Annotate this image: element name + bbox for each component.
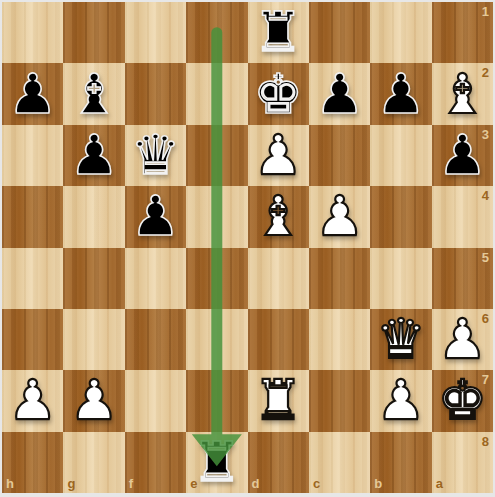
- piece-black-king[interactable]: ♚: [248, 63, 309, 124]
- piece-black-pawn[interactable]: ♟: [309, 63, 370, 124]
- square-e6[interactable]: [186, 309, 247, 370]
- square-e8[interactable]: e♜: [186, 432, 247, 493]
- piece-black-pawn[interactable]: ♟: [63, 125, 124, 186]
- square-a2[interactable]: 2♝: [432, 63, 493, 124]
- square-c6[interactable]: [309, 309, 370, 370]
- file-label-d: d: [252, 476, 260, 491]
- square-f6[interactable]: [125, 309, 186, 370]
- square-b5[interactable]: [370, 248, 431, 309]
- file-label-c: c: [313, 476, 320, 491]
- rank-label-4: 4: [482, 188, 489, 203]
- square-e4[interactable]: [186, 186, 247, 247]
- file-label-a: a: [436, 476, 443, 491]
- page-background: { "game": "chess", "position": { "fen": …: [0, 0, 495, 497]
- rank-label-8: 8: [482, 434, 489, 449]
- square-e2[interactable]: [186, 63, 247, 124]
- square-e7[interactable]: [186, 370, 247, 431]
- square-b1[interactable]: [370, 2, 431, 63]
- square-b4[interactable]: [370, 186, 431, 247]
- square-f4[interactable]: ♟: [125, 186, 186, 247]
- square-f7[interactable]: [125, 370, 186, 431]
- square-b6[interactable]: ♛: [370, 309, 431, 370]
- square-b2[interactable]: ♟: [370, 63, 431, 124]
- square-g2[interactable]: ♝: [63, 63, 124, 124]
- file-label-e: e: [190, 476, 197, 491]
- rank-label-6: 6: [482, 311, 489, 326]
- square-d5[interactable]: [248, 248, 309, 309]
- square-h8[interactable]: h: [2, 432, 63, 493]
- piece-white-pawn[interactable]: ♟: [2, 370, 63, 431]
- square-d6[interactable]: [248, 309, 309, 370]
- square-d1[interactable]: ♜: [248, 2, 309, 63]
- square-a7[interactable]: 7♚: [432, 370, 493, 431]
- rank-label-3: 3: [482, 127, 489, 142]
- square-c2[interactable]: ♟: [309, 63, 370, 124]
- rank-label-2: 2: [482, 65, 489, 80]
- piece-white-pawn[interactable]: ♟: [370, 370, 431, 431]
- square-d7[interactable]: ♜: [248, 370, 309, 431]
- square-b8[interactable]: b: [370, 432, 431, 493]
- square-g8[interactable]: g: [63, 432, 124, 493]
- square-a1[interactable]: 1: [432, 2, 493, 63]
- piece-black-pawn[interactable]: ♟: [2, 63, 63, 124]
- square-c4[interactable]: ♟: [309, 186, 370, 247]
- square-b3[interactable]: [370, 125, 431, 186]
- square-f8[interactable]: f: [125, 432, 186, 493]
- square-h5[interactable]: [2, 248, 63, 309]
- square-c5[interactable]: [309, 248, 370, 309]
- square-a4[interactable]: 4: [432, 186, 493, 247]
- square-e5[interactable]: [186, 248, 247, 309]
- square-f3[interactable]: ♛: [125, 125, 186, 186]
- square-f1[interactable]: [125, 2, 186, 63]
- piece-black-queen[interactable]: ♛: [125, 125, 186, 186]
- square-h3[interactable]: [2, 125, 63, 186]
- square-g3[interactable]: ♟: [63, 125, 124, 186]
- square-a5[interactable]: 5: [432, 248, 493, 309]
- square-h2[interactable]: ♟: [2, 63, 63, 124]
- piece-white-pawn[interactable]: ♟: [309, 186, 370, 247]
- square-a6[interactable]: 6♟: [432, 309, 493, 370]
- square-c1[interactable]: [309, 2, 370, 63]
- piece-white-pawn[interactable]: ♟: [63, 370, 124, 431]
- square-c3[interactable]: [309, 125, 370, 186]
- square-g1[interactable]: [63, 2, 124, 63]
- square-f5[interactable]: [125, 248, 186, 309]
- rank-label-7: 7: [482, 372, 489, 387]
- square-h7[interactable]: ♟: [2, 370, 63, 431]
- piece-black-rook[interactable]: ♜: [248, 2, 309, 63]
- square-d3[interactable]: ♟: [248, 125, 309, 186]
- square-f2[interactable]: [125, 63, 186, 124]
- piece-white-pawn[interactable]: ♟: [248, 125, 309, 186]
- piece-black-pawn[interactable]: ♟: [125, 186, 186, 247]
- square-h4[interactable]: [2, 186, 63, 247]
- square-c8[interactable]: c: [309, 432, 370, 493]
- rank-label-5: 5: [482, 250, 489, 265]
- square-e3[interactable]: [186, 125, 247, 186]
- file-label-f: f: [129, 476, 133, 491]
- file-label-h: h: [6, 476, 14, 491]
- file-label-g: g: [67, 476, 75, 491]
- square-g5[interactable]: [63, 248, 124, 309]
- piece-white-queen[interactable]: ♛: [370, 309, 431, 370]
- piece-white-bishop[interactable]: ♝: [248, 186, 309, 247]
- chess-board: ♜1♟♝♚♟♟2♝♟♛♟3♟♟♝♟45♛6♟♟♟♜♟7♚hgfe♜dcba8: [2, 2, 493, 493]
- square-a3[interactable]: 3♟: [432, 125, 493, 186]
- square-d2[interactable]: ♚: [248, 63, 309, 124]
- square-d4[interactable]: ♝: [248, 186, 309, 247]
- square-h1[interactable]: [2, 2, 63, 63]
- square-c7[interactable]: [309, 370, 370, 431]
- square-d8[interactable]: d: [248, 432, 309, 493]
- piece-black-bishop[interactable]: ♝: [63, 63, 124, 124]
- piece-black-pawn[interactable]: ♟: [370, 63, 431, 124]
- square-e1[interactable]: [186, 2, 247, 63]
- piece-white-rook[interactable]: ♜: [248, 370, 309, 431]
- square-g7[interactable]: ♟: [63, 370, 124, 431]
- square-a8[interactable]: a8: [432, 432, 493, 493]
- square-g4[interactable]: [63, 186, 124, 247]
- square-b7[interactable]: ♟: [370, 370, 431, 431]
- square-g6[interactable]: [63, 309, 124, 370]
- file-label-b: b: [374, 476, 382, 491]
- square-h6[interactable]: [2, 309, 63, 370]
- rank-label-1: 1: [482, 4, 489, 19]
